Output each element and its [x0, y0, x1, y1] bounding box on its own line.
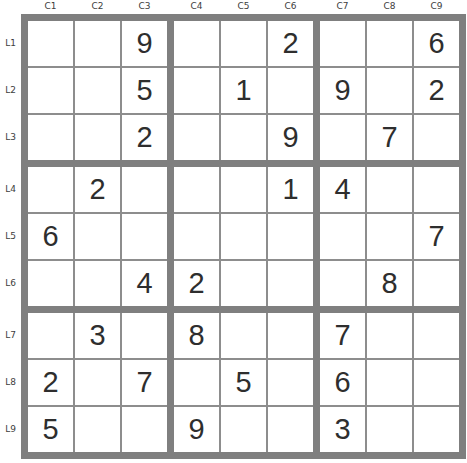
cell-L7C8[interactable]	[367, 313, 412, 358]
column-label-C1: C1	[28, 0, 73, 13]
row-label-L2: L2	[0, 68, 21, 113]
column-label-group: C7C8C9	[320, 0, 459, 13]
cell-L9C3[interactable]	[122, 407, 167, 452]
column-label-C8: C8	[367, 0, 412, 13]
cell-L2C5[interactable]: 1	[221, 68, 266, 113]
cell-L4C5[interactable]	[221, 167, 266, 212]
cell-L7C4[interactable]: 8	[174, 313, 219, 358]
cell-L5C4[interactable]	[174, 214, 219, 259]
cell-L9C9[interactable]	[414, 407, 459, 452]
cell-L6C4[interactable]: 2	[174, 261, 219, 306]
cell-L2C8[interactable]	[367, 68, 412, 113]
cell-L4C3[interactable]	[122, 167, 167, 212]
cell-L3C2[interactable]	[75, 115, 120, 160]
row-labels: L1L2L3L4L5L6L7L8L9	[0, 14, 21, 459]
sudoku-box-6: 478	[320, 167, 459, 306]
cell-L6C9[interactable]	[414, 261, 459, 306]
cell-L4C8[interactable]	[367, 167, 412, 212]
cell-L3C3[interactable]: 2	[122, 115, 167, 160]
cell-L3C1[interactable]	[28, 115, 73, 160]
column-labels: C1C2C3C4C5C6C7C8C9	[21, 0, 466, 13]
cell-L6C1[interactable]	[28, 261, 73, 306]
row-label-L9: L9	[0, 407, 21, 452]
sudoku-box-9: 763	[320, 313, 459, 452]
cell-L2C1[interactable]	[28, 68, 73, 113]
cell-L7C3[interactable]	[122, 313, 167, 358]
column-label-C3: C3	[122, 0, 167, 13]
row-label-L6: L6	[0, 261, 21, 306]
cell-L7C5[interactable]	[221, 313, 266, 358]
cell-L7C1[interactable]	[28, 313, 73, 358]
cell-L8C7[interactable]: 6	[320, 360, 365, 405]
cell-L6C3[interactable]: 4	[122, 261, 167, 306]
column-label-C6: C6	[268, 0, 313, 13]
cell-L2C9[interactable]: 2	[414, 68, 459, 113]
cell-L5C8[interactable]	[367, 214, 412, 259]
cell-L8C3[interactable]: 7	[122, 360, 167, 405]
cell-L5C3[interactable]	[122, 214, 167, 259]
cell-L1C5[interactable]	[221, 21, 266, 66]
column-label-group: C4C5C6	[174, 0, 313, 13]
cell-L7C7[interactable]: 7	[320, 313, 365, 358]
cell-L6C6[interactable]	[268, 261, 313, 306]
cell-L6C8[interactable]: 8	[367, 261, 412, 306]
row-label-L8: L8	[0, 360, 21, 405]
cell-L6C7[interactable]	[320, 261, 365, 306]
cell-L7C6[interactable]	[268, 313, 313, 358]
cell-L9C6[interactable]	[268, 407, 313, 452]
cell-L5C9[interactable]: 7	[414, 214, 459, 259]
sudoku-box-5: 12	[174, 167, 313, 306]
cell-L9C1[interactable]: 5	[28, 407, 73, 452]
sudoku-box-2: 219	[174, 21, 313, 160]
column-label-C5: C5	[221, 0, 266, 13]
cell-L3C6[interactable]: 9	[268, 115, 313, 160]
sudoku-box-4: 264	[28, 167, 167, 306]
cell-L9C2[interactable]	[75, 407, 120, 452]
cell-L5C2[interactable]	[75, 214, 120, 259]
cell-L8C8[interactable]	[367, 360, 412, 405]
cell-L8C4[interactable]	[174, 360, 219, 405]
row-label-group: L4L5L6	[0, 167, 21, 306]
cell-L9C7[interactable]: 3	[320, 407, 365, 452]
cell-L1C7[interactable]	[320, 21, 365, 66]
cell-L4C7[interactable]: 4	[320, 167, 365, 212]
cell-L3C9[interactable]	[414, 115, 459, 160]
cell-L3C8[interactable]: 7	[367, 115, 412, 160]
cell-L4C9[interactable]	[414, 167, 459, 212]
sudoku-board: 9522196927264124783275859763	[21, 14, 466, 459]
cell-L8C9[interactable]	[414, 360, 459, 405]
cell-L8C6[interactable]	[268, 360, 313, 405]
cell-L2C7[interactable]: 9	[320, 68, 365, 113]
row-label-L5: L5	[0, 214, 21, 259]
cell-L6C2[interactable]	[75, 261, 120, 306]
sudoku-box-8: 859	[174, 313, 313, 452]
cell-L9C5[interactable]	[221, 407, 266, 452]
cell-L5C6[interactable]	[268, 214, 313, 259]
cell-L3C5[interactable]	[221, 115, 266, 160]
cell-L1C3[interactable]: 9	[122, 21, 167, 66]
cell-L4C6[interactable]: 1	[268, 167, 313, 212]
row-label-L1: L1	[0, 21, 21, 66]
cell-L8C5[interactable]: 5	[221, 360, 266, 405]
cell-L1C9[interactable]: 6	[414, 21, 459, 66]
cell-L2C4[interactable]	[174, 68, 219, 113]
sudoku-app: C1C2C3C4C5C6C7C8C9 L1L2L3L4L5L6L7L8L9 95…	[0, 0, 467, 463]
cell-L3C7[interactable]	[320, 115, 365, 160]
cell-L4C4[interactable]	[174, 167, 219, 212]
cell-L8C1[interactable]: 2	[28, 360, 73, 405]
column-label-group: C1C2C3	[28, 0, 167, 13]
cell-L1C6[interactable]: 2	[268, 21, 313, 66]
row-label-L7: L7	[0, 313, 21, 358]
column-label-C2: C2	[75, 0, 120, 13]
cell-L9C4[interactable]: 9	[174, 407, 219, 452]
cell-L6C5[interactable]	[221, 261, 266, 306]
cell-L1C8[interactable]	[367, 21, 412, 66]
row-label-L4: L4	[0, 167, 21, 212]
sudoku-box-7: 3275	[28, 313, 167, 452]
cell-L5C1[interactable]: 6	[28, 214, 73, 259]
cell-L5C7[interactable]	[320, 214, 365, 259]
row-label-L3: L3	[0, 115, 21, 160]
sudoku-box-1: 952	[28, 21, 167, 160]
cell-L8C2[interactable]	[75, 360, 120, 405]
cell-L1C4[interactable]	[174, 21, 219, 66]
column-label-C9: C9	[414, 0, 459, 13]
row-label-group: L1L2L3	[0, 21, 21, 160]
sudoku-box-3: 6927	[320, 21, 459, 160]
cell-L5C5[interactable]	[221, 214, 266, 259]
cell-L4C1[interactable]	[28, 167, 73, 212]
cell-L2C3[interactable]: 5	[122, 68, 167, 113]
cell-L2C6[interactable]	[268, 68, 313, 113]
column-label-C7: C7	[320, 0, 365, 13]
cell-L1C2[interactable]	[75, 21, 120, 66]
cell-L2C2[interactable]	[75, 68, 120, 113]
cell-L9C8[interactable]	[367, 407, 412, 452]
cell-L7C9[interactable]	[414, 313, 459, 358]
cell-L3C4[interactable]	[174, 115, 219, 160]
cell-L1C1[interactable]	[28, 21, 73, 66]
cell-L4C2[interactable]: 2	[75, 167, 120, 212]
column-label-C4: C4	[174, 0, 219, 13]
cell-L7C2[interactable]: 3	[75, 313, 120, 358]
row-label-group: L7L8L9	[0, 313, 21, 452]
